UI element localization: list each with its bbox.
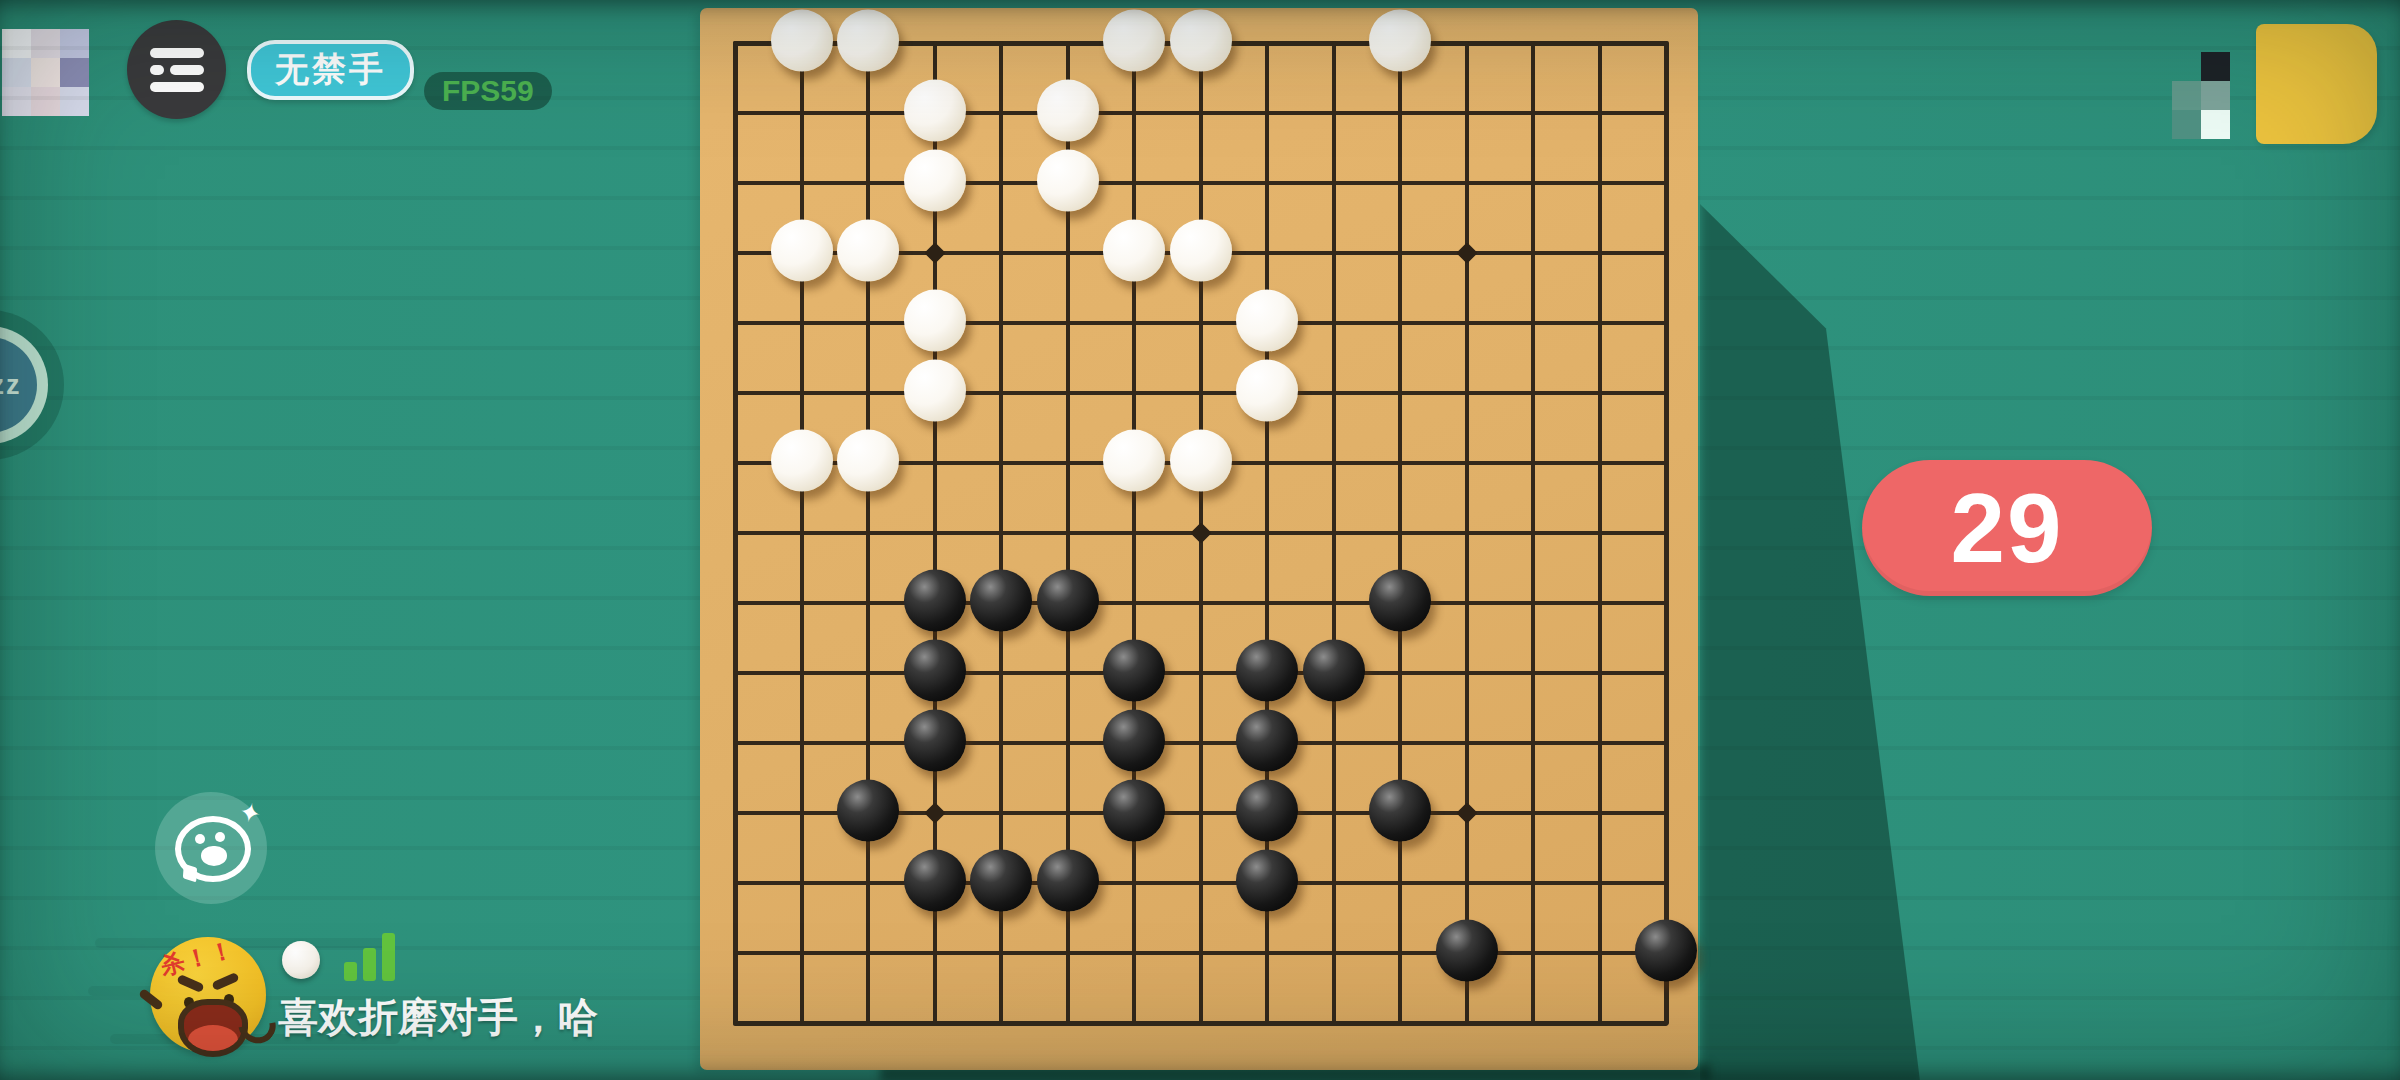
star-point: [1456, 242, 1477, 263]
fps-label: FPS59: [442, 74, 534, 108]
white-stone: [1236, 290, 1298, 352]
rule-badge-label: 无禁手: [275, 47, 386, 93]
black-stone: [1103, 710, 1165, 772]
sleep-disc: zz: [0, 337, 37, 433]
white-stone: [1037, 150, 1099, 212]
black-stone: [1303, 640, 1365, 702]
white-stone: [1369, 10, 1431, 72]
grid-line: [1465, 41, 1469, 1025]
grid-line: [733, 671, 1668, 675]
gomoku-board[interactable]: [700, 8, 1698, 1070]
black-stone: [904, 570, 966, 632]
star-point: [924, 242, 945, 263]
white-stone: [1037, 80, 1099, 142]
white-stone: [904, 360, 966, 422]
black-stone: [1103, 780, 1165, 842]
grid-line: [1332, 41, 1336, 1025]
grid-line: [733, 951, 1668, 955]
rule-badge: 无禁手: [247, 40, 414, 100]
signal-bar: [363, 948, 376, 981]
white-stone: [1236, 360, 1298, 422]
white-stone: [1103, 10, 1165, 72]
black-stone: [1037, 570, 1099, 632]
black-stone: [970, 850, 1032, 912]
pixel: [2201, 52, 2230, 81]
black-stone: [1236, 640, 1298, 702]
star-point: [924, 802, 945, 823]
grid-line: [733, 1021, 1668, 1026]
signal-bar: [382, 933, 395, 981]
white-stone: [837, 10, 899, 72]
pixel: [2172, 52, 2201, 81]
black-stone: [1236, 780, 1298, 842]
fps-counter: FPS59: [424, 72, 552, 110]
black-stone: [904, 710, 966, 772]
white-stone: [1170, 220, 1232, 282]
grid-line: [1598, 41, 1602, 1025]
board-grid: [735, 43, 1666, 1023]
grid-line: [1664, 41, 1669, 1025]
white-stone: [771, 430, 833, 492]
black-stone: [1236, 710, 1298, 772]
grid-line: [733, 741, 1668, 745]
grid-line: [733, 601, 1668, 605]
signal-bar: [344, 962, 357, 981]
white-stone: [837, 220, 899, 282]
black-stone: [970, 570, 1032, 632]
sparkle-icon: ✦: [236, 796, 264, 831]
connection-bars: [344, 933, 396, 981]
black-stone: [904, 640, 966, 702]
avatar-thumbnail[interactable]: [2256, 24, 2377, 144]
white-stone: [1170, 430, 1232, 492]
black-stone: [1369, 780, 1431, 842]
grid-line: [1398, 41, 1402, 1025]
black-stone: [1369, 570, 1431, 632]
pixel: [2201, 81, 2230, 110]
game-screen: 无禁手 FPS59 zz 29 ✦ 杀！！: [0, 0, 2400, 1080]
timer-pill: 29: [1862, 460, 2152, 596]
white-stone: [904, 80, 966, 142]
turn-indicator-thumbnail: [2172, 52, 2230, 139]
white-stone: [904, 290, 966, 352]
black-stone: [1103, 640, 1165, 702]
black-stone: [1436, 920, 1498, 982]
sleep-text: zz: [0, 370, 22, 401]
white-stone-indicator: [282, 941, 320, 979]
pixel: [2201, 110, 2230, 139]
pixel: [2172, 81, 2201, 110]
white-stone: [837, 430, 899, 492]
black-stone: [1635, 920, 1697, 982]
white-stone: [904, 150, 966, 212]
player-message: 喜欢折磨对手，哈: [278, 990, 598, 1045]
timer-value: 29: [1950, 472, 2063, 585]
grid-line: [733, 881, 1668, 885]
white-stone: [771, 10, 833, 72]
menu-button[interactable]: [127, 20, 226, 119]
chat-button[interactable]: ✦: [155, 792, 267, 904]
star-point: [1456, 802, 1477, 823]
black-stone: [1236, 850, 1298, 912]
white-stone: [1103, 220, 1165, 282]
black-stone: [904, 850, 966, 912]
chat-bubble-tail: [183, 864, 197, 883]
hamburger-icon: [150, 48, 204, 92]
black-stone: [837, 780, 899, 842]
pixel: [2172, 110, 2201, 139]
white-stone: [1103, 430, 1165, 492]
white-stone: [771, 220, 833, 282]
white-stone: [1170, 10, 1232, 72]
star-point: [1190, 522, 1211, 543]
black-stone: [1037, 850, 1099, 912]
grid-line: [1531, 41, 1535, 1025]
sleep-ring: zz: [0, 326, 48, 444]
